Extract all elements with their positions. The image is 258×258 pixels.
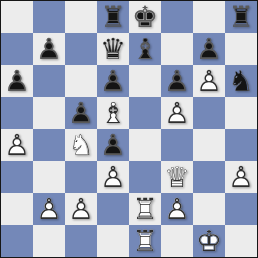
white-rook-outline-glyph: ♖	[129, 193, 161, 225]
piece-white-pawn[interactable]: ♟♙	[33, 193, 65, 225]
black-king-outline-glyph: ♔	[129, 1, 161, 33]
square-h8[interactable]: ♜♖	[225, 1, 257, 33]
white-pawn-outline-glyph: ♙	[161, 97, 193, 129]
white-bishop-fill-glyph: ♝	[97, 97, 129, 129]
square-c8[interactable]	[65, 1, 97, 33]
black-bishop-outline-glyph: ♗	[129, 33, 161, 65]
black-pawn-fill-glyph: ♟	[97, 65, 129, 97]
square-b1[interactable]	[33, 225, 65, 257]
white-pawn-fill-glyph: ♟	[161, 97, 193, 129]
piece-white-rook[interactable]: ♜♖	[129, 225, 161, 257]
square-b6[interactable]	[33, 65, 65, 97]
white-queen-outline-glyph: ♕	[161, 161, 193, 193]
square-h6[interactable]: ♞♘	[225, 65, 257, 97]
square-d3[interactable]: ♟♙	[97, 161, 129, 193]
square-d8[interactable]: ♜♖	[97, 1, 129, 33]
black-pawn-fill-glyph: ♟	[161, 65, 193, 97]
square-g8[interactable]	[193, 1, 225, 33]
square-d4[interactable]: ♟♙	[97, 129, 129, 161]
white-pawn-fill-glyph: ♟	[1, 129, 33, 161]
white-pawn-fill-glyph: ♟	[97, 161, 129, 193]
square-g3[interactable]	[193, 161, 225, 193]
square-e8[interactable]: ♚♔	[129, 1, 161, 33]
square-f1[interactable]	[161, 225, 193, 257]
piece-black-pawn[interactable]: ♟♙	[97, 129, 129, 161]
piece-black-pawn[interactable]: ♟♙	[193, 33, 225, 65]
white-rook-outline-glyph: ♖	[129, 225, 161, 257]
black-pawn-fill-glyph: ♟	[33, 33, 65, 65]
square-e3[interactable]	[129, 161, 161, 193]
square-a1[interactable]	[1, 225, 33, 257]
black-knight-fill-glyph: ♞	[225, 65, 257, 97]
white-pawn-outline-glyph: ♙	[97, 161, 129, 193]
square-c6[interactable]	[65, 65, 97, 97]
white-king-outline-glyph: ♔	[193, 225, 225, 257]
white-rook-fill-glyph: ♜	[129, 225, 161, 257]
black-bishop-fill-glyph: ♝	[129, 33, 161, 65]
square-e5[interactable]	[129, 97, 161, 129]
white-pawn-outline-glyph: ♙	[225, 161, 257, 193]
white-rook-fill-glyph: ♜	[129, 193, 161, 225]
square-e2[interactable]: ♜♖	[129, 193, 161, 225]
piece-black-queen[interactable]: ♛♕	[97, 33, 129, 65]
white-pawn-outline-glyph: ♙	[193, 65, 225, 97]
square-a5[interactable]	[1, 97, 33, 129]
square-a6[interactable]: ♟♙	[1, 65, 33, 97]
square-d2[interactable]	[97, 193, 129, 225]
square-e6[interactable]	[129, 65, 161, 97]
piece-black-rook[interactable]: ♜♖	[225, 1, 257, 33]
piece-white-pawn[interactable]: ♟♙	[161, 193, 193, 225]
black-queen-outline-glyph: ♕	[97, 33, 129, 65]
piece-white-queen[interactable]: ♛♕	[161, 161, 193, 193]
square-g5[interactable]	[193, 97, 225, 129]
square-c4[interactable]: ♞♘	[65, 129, 97, 161]
chessboard-window: ♜♖♚♔♜♖♟♙♛♕♝♗♟♙♟♙♟♙♟♙♟♙♞♘♟♙♝♗♟♙♟♙♞♘♟♙♟♙♛♕…	[0, 0, 258, 258]
black-rook-outline-glyph: ♖	[97, 1, 129, 33]
square-g6[interactable]: ♟♙	[193, 65, 225, 97]
square-g7[interactable]: ♟♙	[193, 33, 225, 65]
piece-white-pawn[interactable]: ♟♙	[97, 161, 129, 193]
white-knight-outline-glyph: ♘	[65, 129, 97, 161]
black-king-fill-glyph: ♚	[129, 1, 161, 33]
square-d7[interactable]: ♛♕	[97, 33, 129, 65]
square-e7[interactable]: ♝♗	[129, 33, 161, 65]
white-pawn-fill-glyph: ♟	[193, 65, 225, 97]
square-c3[interactable]	[65, 161, 97, 193]
square-g1[interactable]: ♚♔	[193, 225, 225, 257]
square-h7[interactable]	[225, 33, 257, 65]
square-d6[interactable]: ♟♙	[97, 65, 129, 97]
white-pawn-fill-glyph: ♟	[161, 193, 193, 225]
black-pawn-fill-glyph: ♟	[97, 129, 129, 161]
black-pawn-outline-glyph: ♙	[1, 65, 33, 97]
square-b2[interactable]: ♟♙	[33, 193, 65, 225]
piece-white-pawn[interactable]: ♟♙	[193, 65, 225, 97]
piece-black-pawn[interactable]: ♟♙	[33, 33, 65, 65]
piece-white-bishop[interactable]: ♝♗	[97, 97, 129, 129]
piece-white-king[interactable]: ♚♔	[193, 225, 225, 257]
square-f8[interactable]	[161, 1, 193, 33]
white-pawn-outline-glyph: ♙	[65, 193, 97, 225]
piece-black-pawn[interactable]: ♟♙	[161, 65, 193, 97]
black-pawn-outline-glyph: ♙	[65, 97, 97, 129]
white-pawn-outline-glyph: ♙	[1, 129, 33, 161]
square-h3[interactable]: ♟♙	[225, 161, 257, 193]
piece-black-pawn[interactable]: ♟♙	[65, 97, 97, 129]
square-f6[interactable]: ♟♙	[161, 65, 193, 97]
square-g2[interactable]	[193, 193, 225, 225]
black-pawn-fill-glyph: ♟	[65, 97, 97, 129]
piece-black-rook[interactable]: ♜♖	[97, 1, 129, 33]
square-h2[interactable]	[225, 193, 257, 225]
black-pawn-fill-glyph: ♟	[193, 33, 225, 65]
square-d5[interactable]: ♝♗	[97, 97, 129, 129]
black-knight-outline-glyph: ♘	[225, 65, 257, 97]
black-pawn-outline-glyph: ♙	[161, 65, 193, 97]
square-g4[interactable]	[193, 129, 225, 161]
square-f2[interactable]: ♟♙	[161, 193, 193, 225]
white-queen-fill-glyph: ♛	[161, 161, 193, 193]
white-king-fill-glyph: ♚	[193, 225, 225, 257]
piece-white-pawn[interactable]: ♟♙	[1, 129, 33, 161]
square-c2[interactable]: ♟♙	[65, 193, 97, 225]
square-a4[interactable]: ♟♙	[1, 129, 33, 161]
black-pawn-outline-glyph: ♙	[33, 33, 65, 65]
square-h5[interactable]	[225, 97, 257, 129]
black-rook-outline-glyph: ♖	[225, 1, 257, 33]
square-b4[interactable]	[33, 129, 65, 161]
square-b3[interactable]	[33, 161, 65, 193]
piece-black-knight[interactable]: ♞♘	[225, 65, 257, 97]
white-knight-fill-glyph: ♞	[65, 129, 97, 161]
square-a8[interactable]	[1, 1, 33, 33]
square-c5[interactable]: ♟♙	[65, 97, 97, 129]
piece-white-rook[interactable]: ♜♖	[129, 193, 161, 225]
black-pawn-outline-glyph: ♙	[97, 129, 129, 161]
square-a2[interactable]	[1, 193, 33, 225]
chess-board: ♜♖♚♔♜♖♟♙♛♕♝♗♟♙♟♙♟♙♟♙♟♙♞♘♟♙♝♗♟♙♟♙♞♘♟♙♟♙♛♕…	[0, 0, 258, 258]
black-pawn-outline-glyph: ♙	[97, 65, 129, 97]
square-f3[interactable]: ♛♕	[161, 161, 193, 193]
square-b7[interactable]: ♟♙	[33, 33, 65, 65]
piece-black-king[interactable]: ♚♔	[129, 1, 161, 33]
square-c1[interactable]	[65, 225, 97, 257]
square-a7[interactable]	[1, 33, 33, 65]
piece-white-knight[interactable]: ♞♘	[65, 129, 97, 161]
square-c7[interactable]	[65, 33, 97, 65]
white-pawn-fill-glyph: ♟	[65, 193, 97, 225]
white-pawn-fill-glyph: ♟	[33, 193, 65, 225]
white-bishop-outline-glyph: ♗	[97, 97, 129, 129]
piece-black-pawn[interactable]: ♟♙	[97, 65, 129, 97]
piece-black-pawn[interactable]: ♟♙	[1, 65, 33, 97]
white-pawn-outline-glyph: ♙	[33, 193, 65, 225]
black-rook-fill-glyph: ♜	[225, 1, 257, 33]
piece-white-pawn[interactable]: ♟♙	[225, 161, 257, 193]
piece-black-bishop[interactable]: ♝♗	[129, 33, 161, 65]
piece-white-pawn[interactable]: ♟♙	[161, 97, 193, 129]
black-queen-fill-glyph: ♛	[97, 33, 129, 65]
square-a3[interactable]	[1, 161, 33, 193]
black-rook-fill-glyph: ♜	[97, 1, 129, 33]
black-pawn-fill-glyph: ♟	[1, 65, 33, 97]
square-b8[interactable]	[33, 1, 65, 33]
square-e4[interactable]	[129, 129, 161, 161]
white-pawn-outline-glyph: ♙	[161, 193, 193, 225]
black-pawn-outline-glyph: ♙	[193, 33, 225, 65]
square-f5[interactable]: ♟♙	[161, 97, 193, 129]
piece-white-pawn[interactable]: ♟♙	[65, 193, 97, 225]
square-f7[interactable]	[161, 33, 193, 65]
square-e1[interactable]: ♜♖	[129, 225, 161, 257]
white-pawn-fill-glyph: ♟	[225, 161, 257, 193]
square-d1[interactable]	[97, 225, 129, 257]
square-b5[interactable]	[33, 97, 65, 129]
square-f4[interactable]	[161, 129, 193, 161]
square-h1[interactable]	[225, 225, 257, 257]
square-h4[interactable]	[225, 129, 257, 161]
